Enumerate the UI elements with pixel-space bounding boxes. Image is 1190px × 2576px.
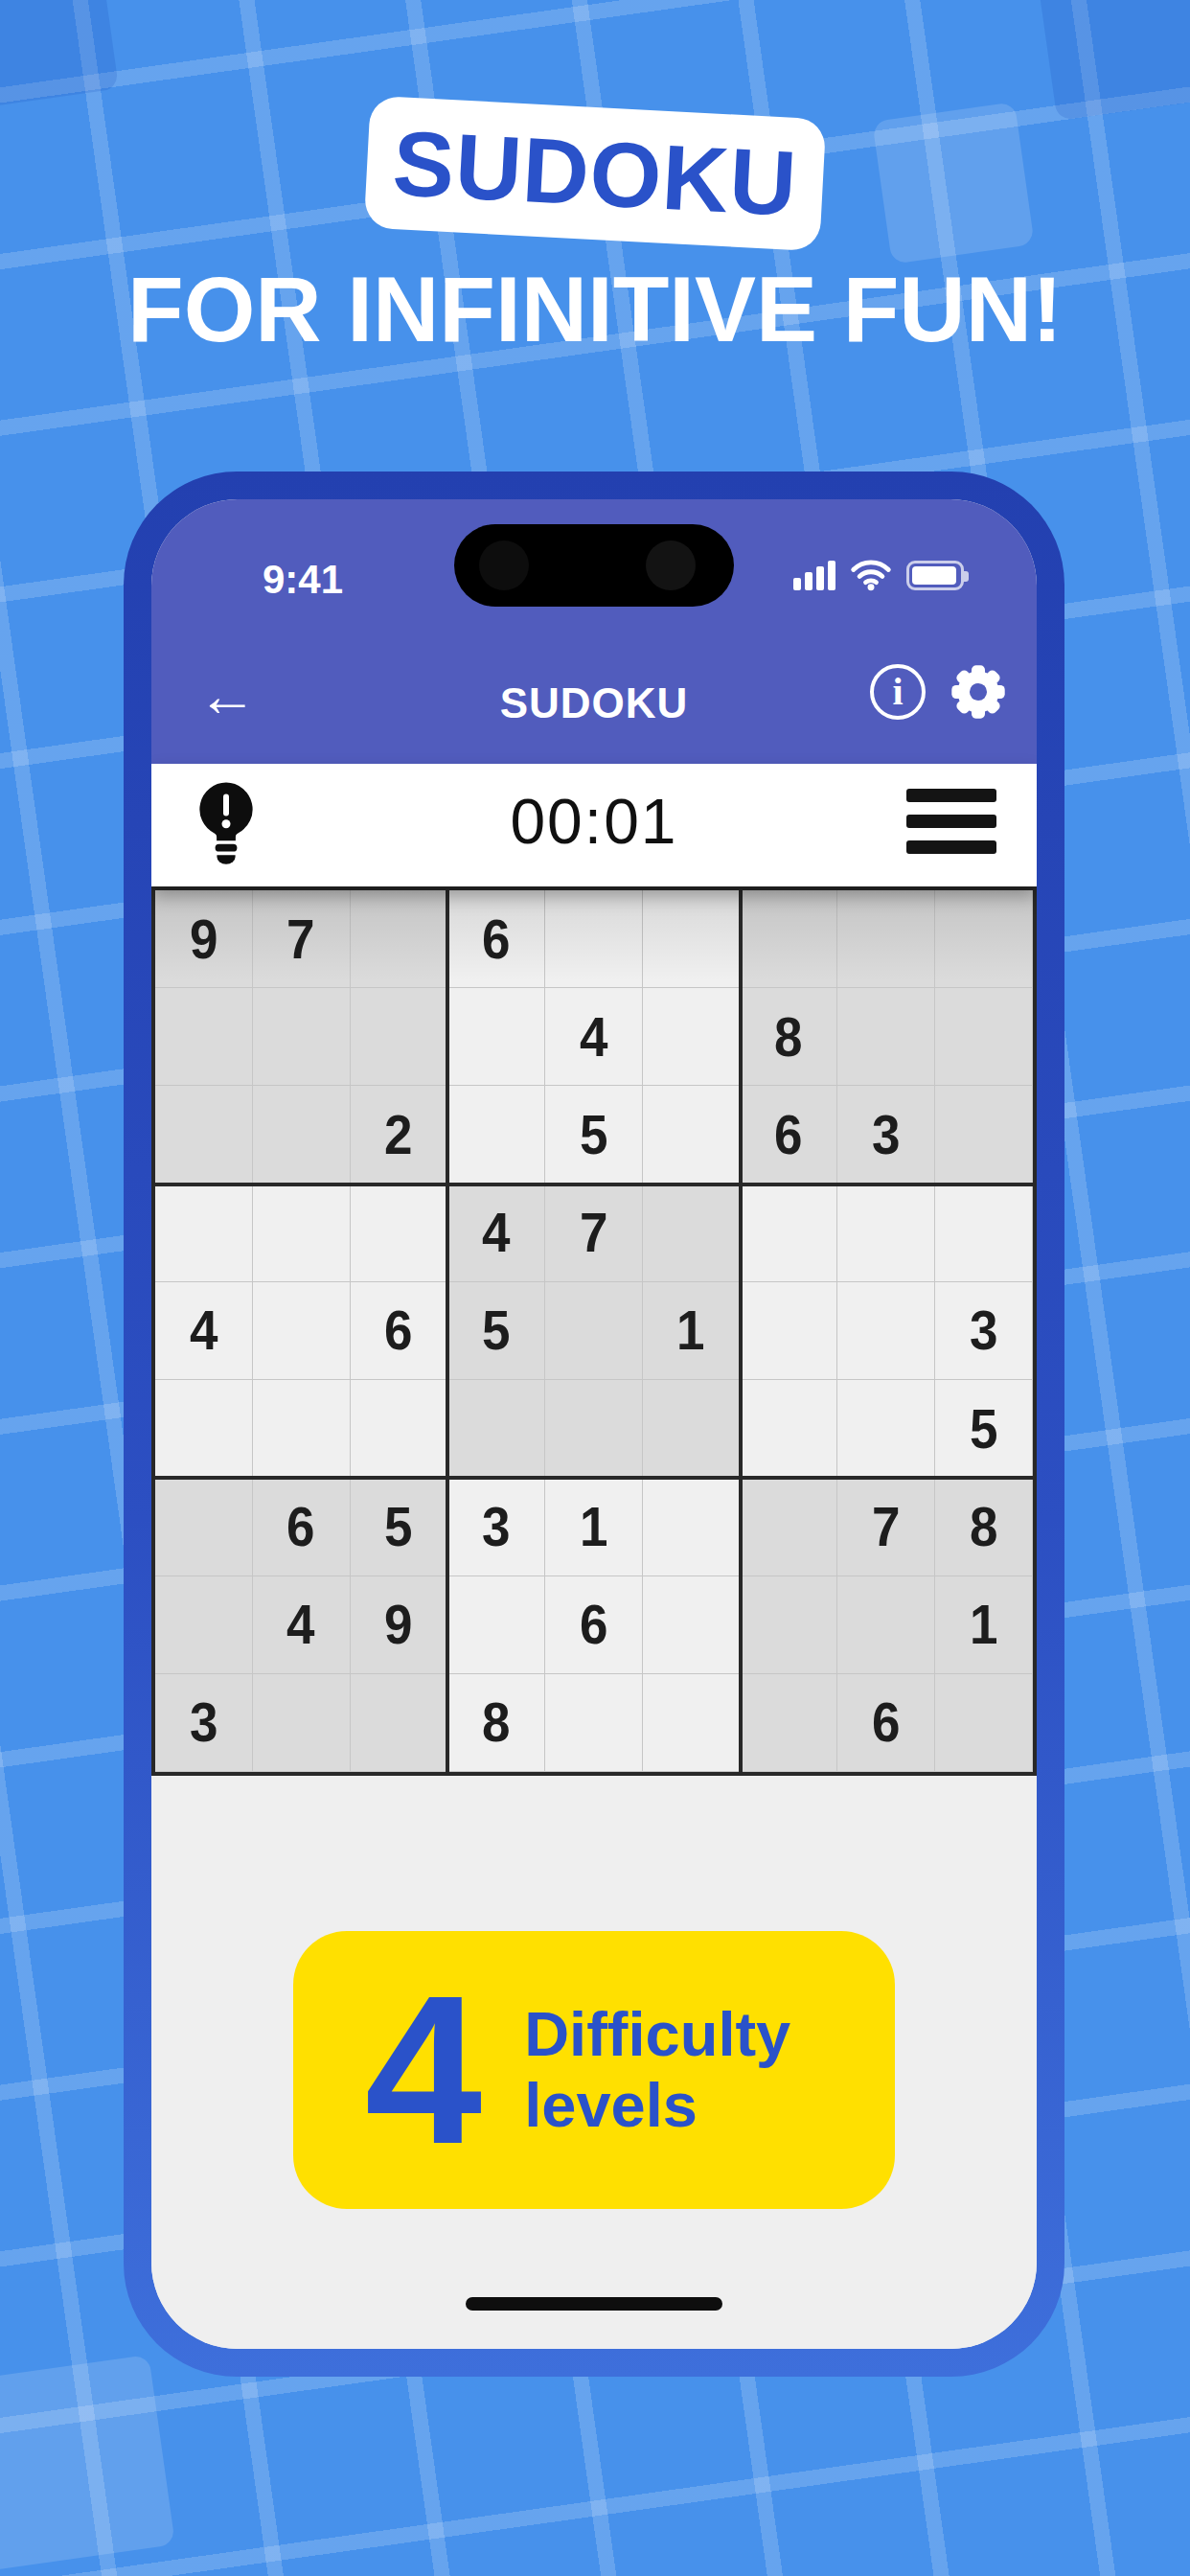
nav-bar: ← SUDOKU i xyxy=(151,653,1037,764)
cell-r4c2[interactable] xyxy=(253,1184,351,1282)
cell-r4c1[interactable] xyxy=(155,1184,253,1282)
cell-r6c1[interactable] xyxy=(155,1380,253,1478)
hero-headline: FOR INFINITIVE FUN! xyxy=(0,257,1190,362)
cell-r3c9[interactable] xyxy=(935,1086,1033,1184)
cell-r4c8[interactable] xyxy=(837,1184,935,1282)
cell-r5c4[interactable]: 5 xyxy=(447,1282,545,1380)
cell-r2c8[interactable] xyxy=(837,988,935,1086)
cell-r1c4[interactable]: 6 xyxy=(447,890,545,988)
gear-icon[interactable] xyxy=(945,658,1012,725)
cell-r7c3[interactable]: 5 xyxy=(351,1478,448,1575)
cell-r8c3[interactable]: 9 xyxy=(351,1576,448,1674)
background-tile xyxy=(1037,0,1190,121)
cell-r3c5[interactable]: 5 xyxy=(545,1086,643,1184)
cell-r7c9[interactable]: 8 xyxy=(935,1478,1033,1575)
cell-r3c8[interactable]: 3 xyxy=(837,1086,935,1184)
cell-r9c7[interactable] xyxy=(741,1674,838,1772)
cell-r2c5[interactable]: 4 xyxy=(545,988,643,1086)
signal-icon xyxy=(793,560,835,590)
game-toolbar: 00:01 xyxy=(151,764,1037,886)
cell-r9c4[interactable]: 8 xyxy=(447,1674,545,1772)
background-tile xyxy=(0,2355,175,2571)
cell-r8c6[interactable] xyxy=(643,1576,741,1674)
difficulty-count: 4 xyxy=(365,1965,482,2175)
info-icon[interactable]: i xyxy=(870,664,926,720)
cell-r7c7[interactable] xyxy=(741,1478,838,1575)
cell-r8c4[interactable] xyxy=(447,1576,545,1674)
cell-r3c1[interactable] xyxy=(155,1086,253,1184)
difficulty-label: Difficulty levels xyxy=(524,1999,823,2141)
cell-r1c1[interactable]: 9 xyxy=(155,890,253,988)
cell-r7c8[interactable]: 7 xyxy=(837,1478,935,1575)
cell-r9c3[interactable] xyxy=(351,1674,448,1772)
cell-r6c8[interactable] xyxy=(837,1380,935,1478)
background-tile xyxy=(872,102,1034,264)
camera-lens-icon xyxy=(479,540,529,590)
cell-r3c3[interactable]: 2 xyxy=(351,1086,448,1184)
cell-r1c9[interactable] xyxy=(935,890,1033,988)
box-divider xyxy=(155,1476,1033,1480)
cell-r1c6[interactable] xyxy=(643,890,741,988)
cell-r7c1[interactable] xyxy=(155,1478,253,1575)
cell-r2c1[interactable] xyxy=(155,988,253,1086)
cell-r4c4[interactable]: 4 xyxy=(447,1184,545,1282)
cell-r4c5[interactable]: 7 xyxy=(545,1184,643,1282)
cell-r1c7[interactable] xyxy=(741,890,838,988)
cell-r3c2[interactable] xyxy=(253,1086,351,1184)
cell-r6c3[interactable] xyxy=(351,1380,448,1478)
cell-r5c7[interactable] xyxy=(741,1282,838,1380)
cell-r1c3[interactable] xyxy=(351,890,448,988)
cell-r8c7[interactable] xyxy=(741,1576,838,1674)
cell-r5c2[interactable] xyxy=(253,1282,351,1380)
wifi-icon xyxy=(850,559,892,591)
cell-r9c1[interactable]: 3 xyxy=(155,1674,253,1772)
cell-r5c1[interactable]: 4 xyxy=(155,1282,253,1380)
cell-r8c1[interactable] xyxy=(155,1576,253,1674)
cell-r9c6[interactable] xyxy=(643,1674,741,1772)
cell-r6c5[interactable] xyxy=(545,1380,643,1478)
status-icons xyxy=(793,559,964,591)
cell-r3c7[interactable]: 6 xyxy=(741,1086,838,1184)
box-divider xyxy=(446,890,449,1772)
cell-r5c9[interactable]: 3 xyxy=(935,1282,1033,1380)
phone-mockup: 9:41 ← xyxy=(124,471,1064,2377)
cell-r6c6[interactable] xyxy=(643,1380,741,1478)
cell-r1c2[interactable]: 7 xyxy=(253,890,351,988)
cell-r4c3[interactable] xyxy=(351,1184,448,1282)
home-indicator[interactable] xyxy=(466,2297,722,2311)
cell-r6c7[interactable] xyxy=(741,1380,838,1478)
timer-display: 00:01 xyxy=(151,785,1037,858)
cell-r9c2[interactable] xyxy=(253,1674,351,1772)
cell-r7c6[interactable] xyxy=(643,1478,741,1575)
box-divider xyxy=(155,1183,1033,1186)
cell-r2c3[interactable] xyxy=(351,988,448,1086)
camera-lens-icon xyxy=(646,540,696,590)
cell-r1c8[interactable] xyxy=(837,890,935,988)
cell-r2c6[interactable] xyxy=(643,988,741,1086)
app-header: 9:41 ← xyxy=(151,499,1037,764)
cell-r7c2[interactable]: 6 xyxy=(253,1478,351,1575)
box-divider xyxy=(739,890,743,1772)
sudoku-board: 976482563474651356531784961386 xyxy=(151,886,1037,1776)
cell-r6c4[interactable] xyxy=(447,1380,545,1478)
cell-r6c9[interactable]: 5 xyxy=(935,1380,1033,1478)
cell-r8c9[interactable]: 1 xyxy=(935,1576,1033,1674)
cell-r2c4[interactable] xyxy=(447,988,545,1086)
battery-icon xyxy=(906,561,964,590)
phone-screen: 9:41 ← xyxy=(151,499,1037,2349)
cell-r9c5[interactable] xyxy=(545,1674,643,1772)
badge-title: SUDOKU xyxy=(390,110,799,237)
cell-r5c5[interactable] xyxy=(545,1282,643,1380)
cell-r1c5[interactable] xyxy=(545,890,643,988)
cell-r5c3[interactable]: 6 xyxy=(351,1282,448,1380)
cell-r7c5[interactable]: 1 xyxy=(545,1478,643,1575)
cell-r4c7[interactable] xyxy=(741,1184,838,1282)
cell-r4c6[interactable] xyxy=(643,1184,741,1282)
cell-r2c9[interactable] xyxy=(935,988,1033,1086)
cell-r4c9[interactable] xyxy=(935,1184,1033,1282)
screen-footer: 4 Difficulty levels xyxy=(151,1776,1037,2349)
cell-r3c6[interactable] xyxy=(643,1086,741,1184)
cell-r8c8[interactable] xyxy=(837,1576,935,1674)
app-title-badge: SUDOKU xyxy=(364,96,827,252)
cell-r8c2[interactable]: 4 xyxy=(253,1576,351,1674)
cell-r5c8[interactable] xyxy=(837,1282,935,1380)
cell-r8c5[interactable]: 6 xyxy=(545,1576,643,1674)
cell-r2c2[interactable] xyxy=(253,988,351,1086)
cell-r5c6[interactable]: 1 xyxy=(643,1282,741,1380)
status-time: 9:41 xyxy=(263,557,343,603)
dynamic-island xyxy=(454,524,734,607)
difficulty-levels-button[interactable]: 4 Difficulty levels xyxy=(293,1931,895,2209)
cell-r3c4[interactable] xyxy=(447,1086,545,1184)
cell-r7c4[interactable]: 3 xyxy=(447,1478,545,1575)
cell-r2c7[interactable]: 8 xyxy=(741,988,838,1086)
menu-hamburger-icon[interactable] xyxy=(906,789,996,854)
cell-r9c9[interactable] xyxy=(935,1674,1033,1772)
cell-r9c8[interactable]: 6 xyxy=(837,1674,935,1772)
cell-r6c2[interactable] xyxy=(253,1380,351,1478)
